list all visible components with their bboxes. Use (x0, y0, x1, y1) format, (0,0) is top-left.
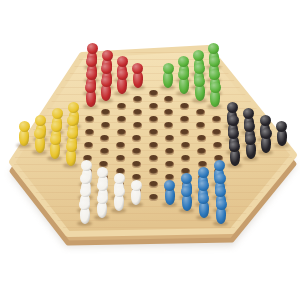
peg-head (216, 199, 227, 210)
peg-yellow[interactable] (65, 141, 77, 167)
hole[interactable] (149, 116, 158, 123)
peg-head (102, 50, 113, 61)
peg-head (194, 63, 205, 74)
hole[interactable] (149, 168, 158, 175)
hole[interactable] (117, 103, 126, 110)
peg-black[interactable] (276, 121, 288, 147)
peg-head (198, 193, 209, 204)
peg-head (87, 43, 98, 54)
peg-green[interactable] (162, 63, 174, 89)
peg-black[interactable] (260, 128, 272, 154)
hole[interactable] (101, 109, 110, 116)
peg-blue[interactable] (181, 186, 193, 212)
hole[interactable] (212, 116, 221, 123)
hole[interactable] (180, 129, 189, 136)
peg-head (132, 63, 143, 74)
hole[interactable] (212, 129, 221, 136)
hole[interactable] (149, 103, 158, 110)
peg-head (101, 63, 112, 74)
peg-head (19, 121, 30, 132)
hole[interactable] (149, 90, 158, 97)
peg-green[interactable] (194, 76, 206, 102)
peg-head (67, 115, 78, 126)
peg-head (117, 69, 128, 80)
peg-head (229, 141, 240, 152)
peg-head (198, 180, 209, 191)
hole[interactable] (149, 129, 158, 136)
hole[interactable] (149, 142, 158, 149)
peg-head (67, 128, 78, 139)
hole[interactable] (165, 148, 174, 155)
hole[interactable] (116, 142, 125, 149)
hole[interactable] (181, 155, 190, 162)
peg-head (164, 180, 175, 191)
peg-head (228, 128, 239, 139)
hole[interactable] (197, 135, 206, 142)
cell-layer (0, 0, 300, 300)
peg-green[interactable] (178, 69, 190, 95)
peg-head (52, 108, 63, 119)
peg-head (86, 69, 97, 80)
peg-head (163, 63, 174, 74)
hole[interactable] (117, 129, 126, 136)
peg-head (34, 128, 45, 139)
peg-head (101, 76, 112, 87)
peg-head (97, 193, 108, 204)
peg-head (194, 76, 205, 87)
peg-white[interactable] (130, 180, 142, 206)
peg-head (181, 173, 192, 184)
hole[interactable] (164, 109, 173, 116)
hole[interactable] (84, 142, 93, 149)
peg-head (198, 167, 209, 178)
peg-yellow[interactable] (34, 128, 46, 154)
hole[interactable] (100, 148, 109, 155)
hole[interactable] (149, 181, 158, 188)
peg-red[interactable] (100, 76, 112, 102)
hole[interactable] (165, 161, 174, 168)
hole[interactable] (213, 142, 222, 149)
hole[interactable] (116, 155, 125, 162)
peg-head (209, 56, 220, 67)
peg-head (261, 128, 272, 139)
hole[interactable] (180, 103, 189, 110)
hole[interactable] (85, 129, 94, 136)
peg-head (210, 82, 221, 93)
peg-head (35, 115, 46, 126)
peg-blue[interactable] (164, 180, 176, 206)
peg-head (50, 134, 61, 145)
peg-head (97, 167, 108, 178)
hole[interactable] (164, 96, 173, 103)
peg-head (208, 43, 219, 54)
hole[interactable] (197, 148, 206, 155)
hole[interactable] (117, 116, 126, 123)
hole[interactable] (196, 122, 205, 129)
peg-head (214, 160, 225, 171)
peg-black[interactable] (245, 134, 257, 160)
hole[interactable] (133, 96, 142, 103)
hole[interactable] (101, 122, 110, 129)
hole[interactable] (85, 116, 94, 123)
peg-red[interactable] (116, 69, 128, 95)
peg-blue[interactable] (215, 199, 227, 225)
hole[interactable] (149, 155, 158, 162)
peg-head (131, 180, 142, 191)
peg-head (114, 173, 125, 184)
hole[interactable] (164, 122, 173, 129)
peg-blue[interactable] (198, 193, 210, 219)
chinese-checkers-board-photo (0, 0, 300, 300)
hole[interactable] (132, 161, 141, 168)
hole[interactable] (165, 135, 174, 142)
peg-head (227, 102, 238, 113)
peg-head (97, 180, 108, 191)
hole[interactable] (133, 109, 142, 116)
peg-red[interactable] (85, 82, 97, 108)
peg-head (193, 50, 204, 61)
hole[interactable] (132, 148, 141, 155)
hole[interactable] (132, 135, 141, 142)
peg-head (80, 186, 91, 197)
peg-head (66, 141, 77, 152)
peg-head (117, 56, 128, 67)
peg-red[interactable] (132, 63, 144, 89)
peg-head (51, 121, 62, 132)
peg-yellow[interactable] (49, 134, 61, 160)
peg-head (68, 102, 79, 113)
peg-green[interactable] (209, 82, 221, 108)
peg-white[interactable] (113, 186, 125, 212)
hole[interactable] (100, 135, 109, 142)
hole[interactable] (149, 194, 158, 201)
peg-black[interactable] (229, 141, 241, 167)
peg-head (228, 115, 239, 126)
peg-head (114, 186, 125, 197)
peg-white[interactable] (96, 193, 108, 219)
hole[interactable] (133, 122, 142, 129)
hole[interactable] (181, 142, 190, 149)
peg-white[interactable] (79, 199, 91, 225)
hole[interactable] (180, 116, 189, 123)
peg-head (215, 173, 226, 184)
peg-head (260, 115, 271, 126)
hole[interactable] (196, 109, 205, 116)
peg-head (85, 82, 96, 93)
peg-yellow[interactable] (18, 121, 30, 147)
